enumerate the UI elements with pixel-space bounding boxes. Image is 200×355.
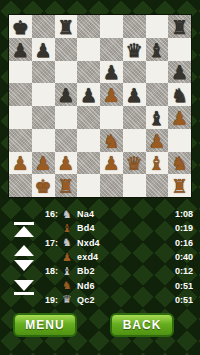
piece-black-rook: ♜ bbox=[171, 176, 188, 197]
piece-white-pawn: ♟ bbox=[12, 40, 29, 61]
piece-black-pawn: ♟ bbox=[103, 85, 120, 106]
go-to-last-triangle-icon bbox=[14, 280, 34, 291]
move-san: Nd6 bbox=[77, 281, 165, 291]
move-number: 19: bbox=[38, 295, 58, 305]
square-h3[interactable] bbox=[9, 61, 32, 84]
next-move-button[interactable] bbox=[14, 260, 34, 271]
square-g6[interactable] bbox=[32, 129, 55, 152]
square-a8[interactable]: ♜ bbox=[168, 174, 191, 197]
piece-white-pawn: ♟ bbox=[171, 62, 188, 83]
piece-black-rook: ♜ bbox=[57, 176, 74, 197]
square-e2[interactable] bbox=[77, 38, 100, 61]
piece-black-pawn: ♟ bbox=[171, 108, 188, 129]
square-a7[interactable]: ♞ bbox=[168, 152, 191, 175]
piece-black-pawn: ♟ bbox=[57, 153, 74, 174]
back-button[interactable]: BACK bbox=[110, 313, 174, 337]
move-list: 16:♞Na41:08♝Bd40:1917:♞Nxd40:16♟exd40:40… bbox=[38, 207, 193, 307]
square-b4[interactable] bbox=[146, 83, 169, 106]
piece-black-knight: ♞ bbox=[171, 153, 188, 174]
square-b3[interactable] bbox=[146, 61, 169, 84]
move-san: Nxd4 bbox=[77, 238, 165, 248]
square-f6[interactable] bbox=[55, 129, 78, 152]
white-knight-icon: ♞ bbox=[60, 209, 74, 220]
square-h1[interactable]: ♚ bbox=[9, 15, 32, 38]
square-b1[interactable] bbox=[146, 15, 169, 38]
square-d3[interactable]: ♟ bbox=[100, 61, 123, 84]
square-b2[interactable]: ♝ bbox=[146, 38, 169, 61]
menu-button[interactable]: MENU bbox=[13, 313, 77, 337]
piece-black-pawn: ♟ bbox=[103, 153, 120, 174]
square-b8[interactable] bbox=[146, 174, 169, 197]
move-san: Bb2 bbox=[77, 266, 165, 276]
square-c8[interactable] bbox=[123, 174, 146, 197]
go-to-first-button[interactable] bbox=[14, 221, 34, 237]
square-g2[interactable]: ♟ bbox=[32, 38, 55, 61]
square-f1[interactable]: ♜ bbox=[55, 15, 78, 38]
square-a3[interactable]: ♟ bbox=[168, 61, 191, 84]
square-a2[interactable] bbox=[168, 38, 191, 61]
piece-white-pawn: ♟ bbox=[80, 85, 97, 106]
square-d6[interactable]: ♞ bbox=[100, 129, 123, 152]
black-knight-icon: ♞ bbox=[60, 280, 74, 291]
move-row: 16:♞Na41:08 bbox=[38, 207, 193, 221]
piece-black-pawn: ♟ bbox=[35, 153, 52, 174]
square-f4[interactable]: ♟ bbox=[55, 83, 78, 106]
move-time: 0:16 bbox=[165, 238, 193, 248]
move-navigation bbox=[12, 221, 36, 296]
piece-white-pawn: ♟ bbox=[126, 85, 143, 106]
square-b6[interactable]: ♟ bbox=[146, 129, 169, 152]
square-g7[interactable]: ♟ bbox=[32, 152, 55, 175]
square-d7[interactable]: ♟ bbox=[100, 152, 123, 175]
move-san: Bd4 bbox=[77, 223, 165, 233]
square-a1[interactable]: ♜ bbox=[168, 15, 191, 38]
square-h7[interactable]: ♟ bbox=[9, 152, 32, 175]
piece-black-king: ♚ bbox=[35, 176, 52, 197]
move-row: ♟exd40:40 bbox=[38, 250, 193, 264]
previous-move-button[interactable] bbox=[14, 245, 34, 256]
square-d1[interactable] bbox=[100, 15, 123, 38]
piece-black-pawn: ♟ bbox=[12, 153, 29, 174]
square-g8[interactable]: ♚ bbox=[32, 174, 55, 197]
square-g1[interactable] bbox=[32, 15, 55, 38]
move-number: 18: bbox=[38, 266, 58, 276]
move-time: 0:51 bbox=[165, 295, 193, 305]
square-g5[interactable] bbox=[32, 106, 55, 129]
square-e8[interactable] bbox=[77, 174, 100, 197]
piece-white-pawn: ♟ bbox=[57, 85, 74, 106]
square-h4[interactable] bbox=[9, 83, 32, 106]
square-e5[interactable] bbox=[77, 106, 100, 129]
move-row: 19:♛Qc20:51 bbox=[38, 293, 193, 307]
piece-black-pawn: ♟ bbox=[148, 131, 165, 152]
chess-board: ♚♜♜♟♟♛♝♟♟♟♟♟♟♞♝♟♞♟♟♟♟♟♛♝♞♚♜♜ bbox=[8, 14, 192, 198]
square-h2[interactable]: ♟ bbox=[9, 38, 32, 61]
move-san: Qc2 bbox=[77, 295, 165, 305]
piece-white-pawn: ♟ bbox=[103, 62, 120, 83]
next-move-triangle-icon bbox=[14, 260, 34, 271]
white-bishop-icon: ♝ bbox=[60, 266, 74, 277]
move-time: 0:12 bbox=[165, 266, 193, 276]
square-d8[interactable] bbox=[100, 174, 123, 197]
square-b7[interactable]: ♝ bbox=[146, 152, 169, 175]
square-a4[interactable]: ♞ bbox=[168, 83, 191, 106]
piece-white-rook: ♜ bbox=[171, 17, 188, 38]
move-number: 17: bbox=[38, 238, 58, 248]
square-h6[interactable] bbox=[9, 129, 32, 152]
square-c5[interactable] bbox=[123, 106, 146, 129]
piece-black-queen: ♛ bbox=[126, 153, 143, 174]
move-row: ♞Nd60:51 bbox=[38, 278, 193, 292]
square-f7[interactable]: ♟ bbox=[55, 152, 78, 175]
go-to-last-button[interactable] bbox=[14, 280, 34, 296]
go-to-last-bar-icon bbox=[14, 292, 34, 295]
piece-black-bishop: ♝ bbox=[148, 153, 165, 174]
square-c1[interactable] bbox=[123, 15, 146, 38]
square-e6[interactable] bbox=[77, 129, 100, 152]
square-d2[interactable] bbox=[100, 38, 123, 61]
move-san: Na4 bbox=[77, 209, 165, 219]
square-c3[interactable] bbox=[123, 61, 146, 84]
square-d5[interactable] bbox=[100, 106, 123, 129]
move-san: exd4 bbox=[77, 252, 165, 262]
square-h5[interactable] bbox=[9, 106, 32, 129]
piece-white-king: ♚ bbox=[12, 17, 29, 38]
square-c6[interactable] bbox=[123, 129, 146, 152]
white-knight-icon: ♞ bbox=[60, 237, 74, 248]
square-b5[interactable]: ♝ bbox=[146, 106, 169, 129]
square-c2[interactable]: ♛ bbox=[123, 38, 146, 61]
square-d4[interactable]: ♟ bbox=[100, 83, 123, 106]
move-row: 18:♝Bb20:12 bbox=[38, 264, 193, 278]
white-queen-icon: ♛ bbox=[60, 294, 74, 305]
square-f2[interactable] bbox=[55, 38, 78, 61]
square-g4[interactable] bbox=[32, 83, 55, 106]
piece-white-pawn: ♟ bbox=[35, 40, 52, 61]
square-c4[interactable]: ♟ bbox=[123, 83, 146, 106]
move-time: 1:08 bbox=[165, 209, 193, 219]
piece-white-knight: ♞ bbox=[171, 85, 188, 106]
piece-white-bishop: ♝ bbox=[148, 40, 165, 61]
move-time: 0:51 bbox=[165, 281, 193, 291]
black-pawn-icon: ♟ bbox=[60, 252, 74, 263]
move-row: ♝Bd40:19 bbox=[38, 221, 193, 235]
piece-white-queen: ♛ bbox=[126, 40, 143, 61]
go-to-first-triangle-icon bbox=[14, 226, 34, 237]
square-e3[interactable] bbox=[77, 61, 100, 84]
piece-white-bishop: ♝ bbox=[148, 108, 165, 129]
square-e1[interactable] bbox=[77, 15, 100, 38]
piece-black-knight: ♞ bbox=[103, 131, 120, 152]
square-h8[interactable] bbox=[9, 174, 32, 197]
square-f5[interactable] bbox=[55, 106, 78, 129]
move-row: 17:♞Nxd40:16 bbox=[38, 236, 193, 250]
previous-move-triangle-icon bbox=[14, 245, 34, 256]
move-number: 16: bbox=[38, 209, 58, 219]
square-g3[interactable] bbox=[32, 61, 55, 84]
square-a6[interactable] bbox=[168, 129, 191, 152]
square-f3[interactable] bbox=[55, 61, 78, 84]
go-to-first-bar-icon bbox=[14, 222, 34, 225]
square-f8[interactable]: ♜ bbox=[55, 174, 78, 197]
move-time: 0:19 bbox=[165, 223, 193, 233]
move-time: 0:40 bbox=[165, 252, 193, 262]
square-e4[interactable]: ♟ bbox=[77, 83, 100, 106]
square-a5[interactable]: ♟ bbox=[168, 106, 191, 129]
square-e7[interactable] bbox=[77, 152, 100, 175]
piece-white-rook: ♜ bbox=[57, 17, 74, 38]
square-c7[interactable]: ♛ bbox=[123, 152, 146, 175]
black-bishop-icon: ♝ bbox=[60, 223, 74, 234]
chess-app-screen: ♚♜♜♟♟♛♝♟♟♟♟♟♟♞♝♟♞♟♟♟♟♟♛♝♞♚♜♜ 16:♞Na41:08… bbox=[0, 0, 200, 355]
